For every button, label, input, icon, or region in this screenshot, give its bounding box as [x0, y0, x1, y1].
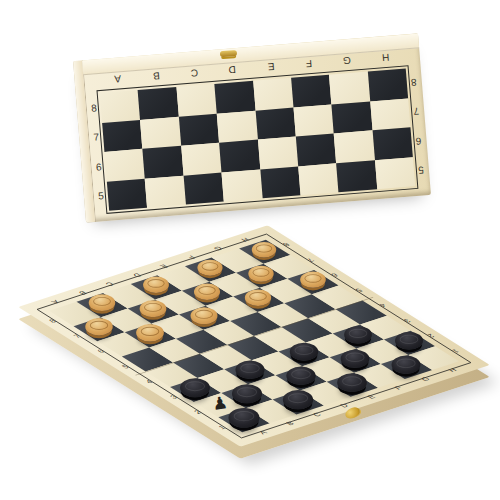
file-label-g-near: G [416, 375, 436, 384]
file-label-f-far: F [181, 253, 201, 262]
folded-square-d7 [217, 110, 258, 142]
clasp-latch-icon [220, 50, 237, 57]
file-label-b-far: B [73, 288, 93, 297]
folded-square-e5 [260, 166, 301, 198]
file-label-f-near: F [389, 384, 409, 393]
file-label-g-far: G [208, 244, 228, 253]
folded-square-g7 [332, 101, 373, 133]
folded-square-g6 [334, 130, 375, 162]
folded-chessboard: ABCDEFGH 88776655 [73, 33, 431, 222]
folded-square-h6 [372, 127, 413, 159]
file-label-h-near: H [443, 366, 463, 375]
folded-rank-label-8-right: 8 [406, 76, 421, 88]
folded-rank-label-5-left: 5 [94, 190, 109, 202]
folded-rank-label-6-left: 6 [91, 161, 106, 173]
file-label-d-far: D [127, 271, 147, 280]
open-checkers-board: AABBCCDDEEFFGGHH1122334455667788 [18, 225, 490, 447]
folded-rank-label-6-right: 6 [411, 135, 426, 147]
folded-square-h7 [370, 98, 411, 130]
folded-square-c6 [181, 143, 222, 175]
folded-board-grid [100, 68, 415, 210]
folded-file-label-d: D [224, 64, 241, 76]
file-label-d-near: D [334, 401, 354, 410]
folded-square-h8 [367, 68, 408, 100]
folded-file-label-c: C [186, 67, 203, 79]
folded-square-d6 [219, 140, 260, 172]
folded-file-label-g: G [339, 55, 356, 67]
folded-square-g8 [329, 72, 370, 104]
folded-square-f8 [291, 75, 332, 107]
folded-square-b6 [143, 146, 184, 178]
folded-rank-label-5-right: 5 [414, 164, 429, 176]
folded-file-label-e: E [262, 61, 279, 73]
file-label-c-near: C [307, 410, 327, 419]
folded-square-a8 [100, 90, 141, 122]
folded-rank-label-7-right: 7 [409, 105, 424, 117]
file-label-a-near: A [253, 428, 273, 437]
product-photo-scene: ABCDEFGH 88776655 AABBCCDDEEFFGGHH112233… [0, 0, 500, 500]
folded-square-a6 [104, 149, 145, 181]
folded-square-c8 [176, 84, 217, 116]
folded-square-c7 [179, 113, 220, 145]
folded-rank-label-7-left: 7 [89, 131, 104, 143]
file-label-c-far: C [100, 280, 120, 289]
folded-square-b5 [145, 175, 186, 207]
folded-square-h5 [375, 157, 416, 189]
folded-file-label-h: H [377, 51, 394, 63]
folded-square-f7 [293, 104, 334, 136]
folded-square-a7 [102, 119, 143, 151]
folded-square-f6 [296, 133, 337, 165]
file-label-h-far: H [235, 235, 255, 244]
folded-square-f5 [298, 163, 339, 195]
folded-square-c5 [183, 172, 224, 204]
folded-square-a5 [107, 178, 148, 210]
folded-square-b8 [138, 87, 179, 119]
folded-square-b7 [140, 116, 181, 148]
folded-file-label-a: A [109, 73, 126, 85]
file-label-b-near: B [280, 419, 300, 428]
file-label-e-far: E [154, 262, 174, 271]
folded-square-e7 [255, 107, 296, 139]
folded-rank-label-8-left: 8 [86, 102, 101, 114]
folded-board-face: ABCDEFGH 88776655 [83, 47, 431, 222]
folded-square-d5 [222, 169, 263, 201]
folded-file-label-f: F [301, 58, 318, 70]
folded-square-e8 [253, 78, 294, 110]
file-label-e-near: E [361, 392, 381, 401]
file-label-a-far: A [45, 297, 65, 306]
folded-square-e6 [257, 137, 298, 169]
folded-square-g5 [336, 160, 377, 192]
folded-square-d8 [214, 81, 255, 113]
folded-file-label-b: B [148, 70, 165, 82]
